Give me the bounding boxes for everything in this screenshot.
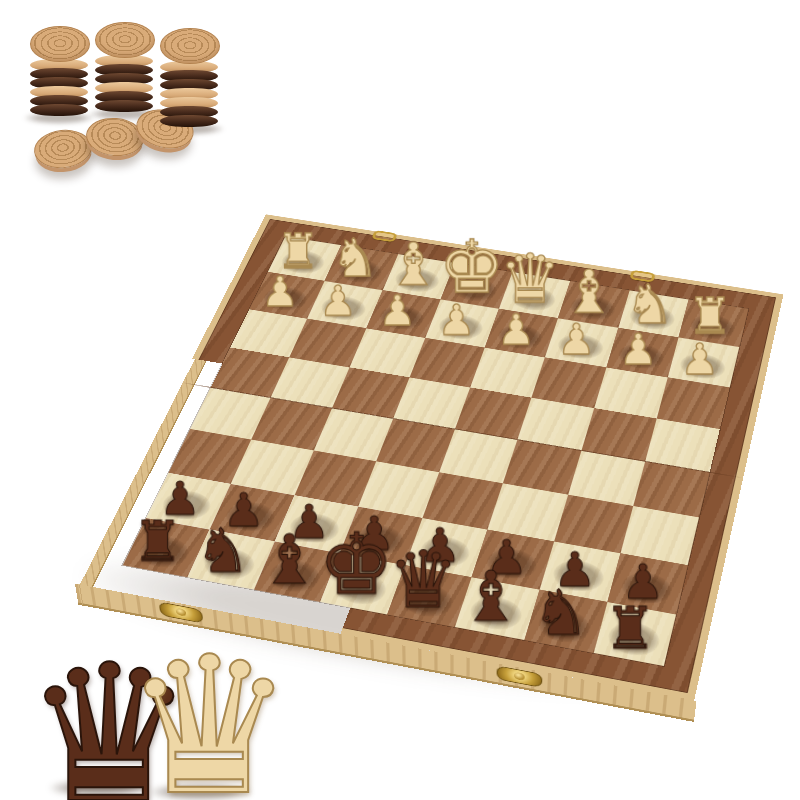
checker-disc-top-light[interactable] xyxy=(95,22,155,58)
display-piece-light-queen[interactable]: ♛ xyxy=(124,632,294,800)
checker-stack-1[interactable] xyxy=(30,26,88,116)
square-a5[interactable] xyxy=(633,461,710,517)
checker-disc-top-light[interactable] xyxy=(30,26,90,62)
checker-disc-top-light[interactable] xyxy=(160,28,220,64)
checker-disc-dark[interactable] xyxy=(160,115,218,127)
chess-grid: ♜♞♝♚♛♝♞♜♟♟♟♟♟♟♟♟♟♟♟♟♟♟♟♟♜♞♝♚♛♝♞♜ xyxy=(123,236,749,666)
piece-black-king-e8[interactable]: ♚ xyxy=(318,522,394,607)
checker-stack-2[interactable] xyxy=(95,22,153,112)
piece-white-bishop-c1[interactable]: ♝ xyxy=(563,262,616,322)
piece-white-pawn-c2[interactable]: ♟ xyxy=(558,318,596,360)
piece-white-pawn-e2[interactable]: ♟ xyxy=(438,299,476,341)
square-b8[interactable]: ♞ xyxy=(524,589,607,653)
product-photo-canvas: ♜♞♝♚♛♝♞♜♟♟♟♟♟♟♟♟♟♟♟♟♟♟♟♟♜♞♝♚♛♝♞♜ ♛ ♛ xyxy=(0,0,800,800)
piece-white-queen-d1[interactable]: ♛ xyxy=(500,245,561,313)
piece-white-pawn-b2[interactable]: ♟ xyxy=(619,328,657,371)
square-d2[interactable]: ♟ xyxy=(485,309,558,357)
square-c4[interactable] xyxy=(518,398,594,451)
piece-white-pawn-h2[interactable]: ♟ xyxy=(262,271,299,312)
checker-disc-dark[interactable] xyxy=(30,104,88,116)
piece-black-rook-h8[interactable]: ♜ xyxy=(133,514,183,569)
piece-black-bishop-f8[interactable]: ♝ xyxy=(259,526,320,594)
piece-white-pawn-f2[interactable]: ♟ xyxy=(378,289,416,331)
square-a8[interactable]: ♜ xyxy=(593,602,676,666)
piece-black-rook-a8[interactable]: ♜ xyxy=(604,599,656,657)
piece-white-pawn-a2[interactable]: ♟ xyxy=(680,338,718,381)
piece-black-queen-d8[interactable]: ♛ xyxy=(388,540,458,618)
piece-white-pawn-d2[interactable]: ♟ xyxy=(497,308,535,350)
square-a3[interactable] xyxy=(657,377,730,429)
piece-black-bishop-c8[interactable]: ♝ xyxy=(460,562,522,631)
checker-disc-dark[interactable] xyxy=(95,100,153,112)
piece-black-knight-g8[interactable]: ♞ xyxy=(196,520,251,581)
checker-stack-3[interactable] xyxy=(160,28,218,127)
piece-white-king-e1[interactable]: ♚ xyxy=(439,230,505,303)
piece-black-knight-b8[interactable]: ♞ xyxy=(532,581,588,644)
piece-white-pawn-g2[interactable]: ♟ xyxy=(320,280,357,322)
